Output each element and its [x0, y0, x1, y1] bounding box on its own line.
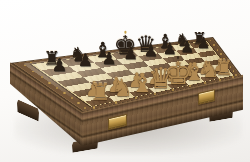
- piece-black-pawn-a7: ♟: [52, 56, 68, 74]
- brass-inlay-dot: [213, 44, 215, 46]
- piece-black-pawn-c7: ♟: [101, 49, 116, 66]
- piece-black-pawn-e7: ♟: [144, 44, 159, 60]
- piece-black-pawn-g7: ♟: [180, 39, 194, 55]
- white-king-finial: [177, 56, 179, 59]
- piece-white-bishop-c1: ♝: [130, 70, 153, 96]
- brass-inlay-dot: [48, 82, 50, 84]
- black-king-finial: [124, 31, 126, 34]
- brass-inlay-dot: [77, 102, 79, 104]
- brass-inlay-dot: [41, 76, 43, 78]
- brass-inlay-dot: [93, 106, 95, 108]
- piece-white-knight-b1: ♞: [111, 76, 133, 100]
- chess-set-photo: ♜♞♝♚♛♝♞♜♟♟♟♟♟♟♟♟♟♟♟♟♟♟♟♟♜♞♝♛♚♝♞♜: [0, 0, 250, 162]
- piece-black-pawn-h7: ♟: [197, 36, 211, 51]
- piece-black-pawn-b7: ♟: [77, 53, 93, 70]
- piece-white-rook-a1: ♜: [90, 81, 111, 105]
- piece-black-pawn-d7: ♟: [123, 46, 138, 63]
